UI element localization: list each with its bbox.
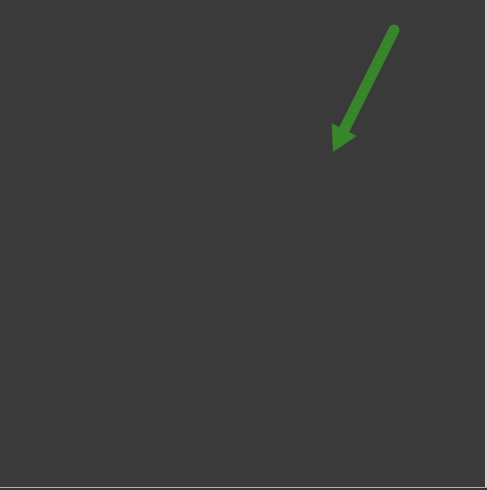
chess-board-container	[0, 0, 487, 490]
chess-board[interactable]	[0, 0, 485, 487]
